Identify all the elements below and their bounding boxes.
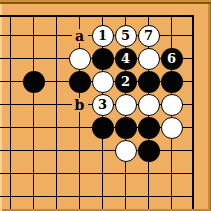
stone-number: 7 (144, 29, 153, 42)
grid-hline (0, 173, 194, 174)
stone-black (161, 71, 183, 93)
board-bevel-top (0, 0, 211, 4)
stone-white (92, 71, 114, 93)
stone-white (69, 48, 91, 70)
grid-hline (0, 196, 194, 197)
stone-white-move-5: 5 (115, 25, 137, 47)
board-top-edge-line (0, 15, 194, 17)
grid-vline (10, 15, 11, 211)
stone-black (138, 71, 160, 93)
board-bevel-right (208, 4, 211, 211)
stone-number: 2 (121, 75, 130, 88)
stone-black-move-4: 4 (115, 48, 137, 70)
stone-black (23, 71, 45, 93)
stone-white-move-7: 7 (138, 25, 160, 47)
stone-white (115, 140, 137, 162)
stone-white (161, 117, 183, 139)
stone-black (92, 117, 114, 139)
stone-black-move-6: 6 (161, 48, 183, 70)
stone-white (115, 94, 137, 116)
stone-number: 3 (98, 98, 107, 111)
stone-white (138, 48, 160, 70)
stone-black (69, 71, 91, 93)
stone-black (115, 117, 137, 139)
stone-black (92, 48, 114, 70)
go-board: a157462b3 (0, 0, 211, 211)
stone-white (161, 94, 183, 116)
stone-number: 1 (98, 29, 107, 42)
stone-black (138, 117, 160, 139)
stone-white-move-1: 1 (92, 25, 114, 47)
point-label-a: a (72, 29, 88, 43)
stone-number: 5 (121, 29, 130, 42)
grid-vline (56, 15, 57, 211)
grid-hline (0, 150, 194, 151)
stone-number: 4 (121, 52, 130, 65)
point-label-b: b (72, 98, 88, 112)
stone-white-move-3: 3 (92, 94, 114, 116)
stone-white (138, 94, 160, 116)
board-right-edge-line (192, 15, 194, 211)
stone-black (138, 140, 160, 162)
stone-black-move-2: 2 (115, 71, 137, 93)
stone-number: 6 (167, 52, 176, 65)
board-bevel-bottom (2, 209, 208, 211)
grid-vline (79, 15, 80, 211)
grid-vline (33, 15, 34, 211)
